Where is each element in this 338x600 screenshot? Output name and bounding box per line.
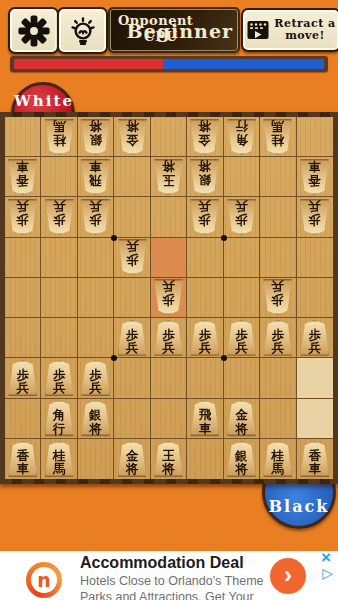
piece-kanji: 将 <box>89 422 102 436</box>
board-cell[interactable]: 金将 <box>224 399 260 439</box>
board-cell[interactable] <box>78 238 114 278</box>
piece-bP[interactable]: 歩兵 <box>299 320 330 356</box>
piece-bP[interactable]: 歩兵 <box>262 320 293 356</box>
piece-kanji: 歩 <box>53 214 66 228</box>
board-cell[interactable] <box>224 278 260 318</box>
piece-kanji: 香 <box>16 449 29 463</box>
piece-kanji: 兵 <box>126 341 139 355</box>
piece-kanji: 馬 <box>272 462 285 476</box>
ad-text-line1: Hotels Close to Orlando's Theme <box>80 574 264 588</box>
piece-kanji: 兵 <box>16 200 29 214</box>
piece-kanji: 角 <box>53 408 66 422</box>
board-cell[interactable] <box>151 399 187 439</box>
piece-kanji: 将 <box>235 462 248 476</box>
board-cell[interactable] <box>260 197 296 237</box>
board-cell[interactable] <box>187 358 223 398</box>
board-cell[interactable] <box>260 358 296 398</box>
clapperboard-icon <box>246 19 270 41</box>
board-cell[interactable] <box>297 399 333 439</box>
board-cell[interactable] <box>5 399 41 439</box>
piece-bB[interactable]: 角行 <box>44 400 75 436</box>
piece-kanji: 桂 <box>53 449 66 463</box>
board-cell[interactable]: 銀将 <box>224 439 260 479</box>
board-cell[interactable]: 歩兵 <box>78 358 114 398</box>
board-cell[interactable] <box>260 238 296 278</box>
board-cell[interactable] <box>260 399 296 439</box>
piece-kanji: 銀 <box>89 133 102 147</box>
board-cell[interactable]: 桂馬 <box>41 117 77 157</box>
star-point <box>111 235 117 241</box>
advertiser-logo: n <box>26 562 62 598</box>
lightbulb-icon <box>66 14 100 48</box>
board-cell[interactable]: 桂馬 <box>260 439 296 479</box>
board-cell[interactable]: 歩兵 <box>5 358 41 398</box>
board-cell[interactable] <box>297 358 333 398</box>
piece-kanji: 歩 <box>53 368 66 382</box>
board-cell[interactable] <box>114 358 150 398</box>
piece-wP[interactable]: 歩兵 <box>44 199 75 235</box>
piece-kanji: 兵 <box>272 280 285 294</box>
piece-wB[interactable]: 角行 <box>226 119 257 155</box>
piece-wL[interactable]: 香車 <box>299 159 330 195</box>
piece-kanji: 金 <box>126 133 139 147</box>
piece-kanji: 行 <box>53 422 66 436</box>
piece-wK[interactable]: 玉将 <box>153 159 184 195</box>
piece-kanji: 将 <box>199 120 212 134</box>
piece-kanji: 香 <box>16 173 29 187</box>
piece-bN[interactable]: 桂馬 <box>44 441 75 477</box>
piece-kanji: 銀 <box>235 449 248 463</box>
black-advantage-segment <box>163 59 324 69</box>
board-cell[interactable] <box>5 318 41 358</box>
piece-kanji: 兵 <box>162 341 175 355</box>
piece-kanji: 将 <box>199 160 212 174</box>
star-point <box>221 235 227 241</box>
piece-kanji: 歩 <box>89 214 102 228</box>
piece-kanji: 兵 <box>89 381 102 395</box>
ad-title[interactable]: Accommodation Deal <box>80 554 244 572</box>
board-cell[interactable] <box>260 157 296 197</box>
board-cell[interactable] <box>41 278 77 318</box>
piece-wP[interactable]: 歩兵 <box>80 199 111 235</box>
piece-bP[interactable]: 歩兵 <box>44 360 75 396</box>
piece-wP[interactable]: 歩兵 <box>262 279 293 315</box>
piece-kanji: 兵 <box>272 341 285 355</box>
adchoices-icon[interactable]: ▷ <box>322 565 333 581</box>
board-cell[interactable] <box>78 318 114 358</box>
board-cell[interactable]: 歩兵 <box>297 197 333 237</box>
piece-kanji: 歩 <box>309 328 322 342</box>
piece-kanji: 歩 <box>162 328 175 342</box>
piece-wP[interactable]: 歩兵 <box>299 199 330 235</box>
board-cell[interactable]: 角行 <box>41 399 77 439</box>
piece-wP[interactable]: 歩兵 <box>7 199 38 235</box>
piece-kanji: 兵 <box>89 200 102 214</box>
board-cell[interactable] <box>41 157 77 197</box>
piece-bP[interactable]: 歩兵 <box>7 360 38 396</box>
piece-kanji: 王 <box>162 449 175 463</box>
board-cell[interactable]: 飛車 <box>78 157 114 197</box>
piece-kanji: 車 <box>199 422 212 436</box>
board-cell[interactable]: 金将 <box>187 117 223 157</box>
difficulty-level: Beginner <box>127 20 233 42</box>
piece-kanji: 兵 <box>309 200 322 214</box>
piece-kanji: 兵 <box>235 341 248 355</box>
board-cell[interactable] <box>297 117 333 157</box>
piece-bP[interactable]: 歩兵 <box>117 320 148 356</box>
piece-kanji: 香 <box>309 173 322 187</box>
board-cell[interactable] <box>41 318 77 358</box>
board-cell[interactable] <box>297 278 333 318</box>
board-cell[interactable]: 玉将 <box>151 157 187 197</box>
piece-kanji: 金 <box>235 408 248 422</box>
ad-text-line2: Parks and Attractions. Get Your <box>80 590 254 600</box>
board-cell[interactable] <box>224 358 260 398</box>
board-cell[interactable] <box>5 117 41 157</box>
piece-kanji: 角 <box>235 133 248 147</box>
piece-wS[interactable]: 銀将 <box>189 159 220 195</box>
piece-bP[interactable]: 歩兵 <box>189 320 220 356</box>
piece-wG[interactable]: 金将 <box>117 119 148 155</box>
piece-kanji: 桂 <box>272 449 285 463</box>
board-cell[interactable]: 歩兵 <box>260 318 296 358</box>
piece-kanji: 兵 <box>16 381 29 395</box>
board-cell[interactable]: 歩兵 <box>41 197 77 237</box>
piece-kanji: 兵 <box>53 200 66 214</box>
piece-bN[interactable]: 桂馬 <box>262 441 293 477</box>
piece-kanji: 歩 <box>309 214 322 228</box>
piece-kanji: 桂 <box>53 133 66 147</box>
board-cell[interactable]: 歩兵 <box>5 197 41 237</box>
star-point <box>221 355 227 361</box>
piece-bG[interactable]: 金将 <box>117 441 148 477</box>
piece-wL[interactable]: 香車 <box>7 159 38 195</box>
board-cell[interactable] <box>114 197 150 237</box>
piece-kanji: 歩 <box>199 328 212 342</box>
board-cell[interactable] <box>114 399 150 439</box>
piece-bP[interactable]: 歩兵 <box>80 360 111 396</box>
board-cell[interactable] <box>78 439 114 479</box>
piece-kanji: 将 <box>162 160 175 174</box>
board-cell[interactable]: 香車 <box>297 157 333 197</box>
board-cell[interactable] <box>5 238 41 278</box>
board-cell[interactable] <box>297 238 333 278</box>
ad-cta-arrow-button[interactable]: › <box>270 558 306 594</box>
board-cell[interactable]: 金将 <box>114 439 150 479</box>
board-cell[interactable] <box>114 278 150 318</box>
piece-kanji: 歩 <box>126 254 139 268</box>
piece-kanji: 車 <box>16 160 29 174</box>
piece-kanji: 歩 <box>89 368 102 382</box>
piece-kanji: 歩 <box>199 214 212 228</box>
board-cell[interactable]: 飛車 <box>187 399 223 439</box>
board-cell[interactable]: 歩兵 <box>41 358 77 398</box>
piece-kanji: 将 <box>89 120 102 134</box>
board-cell[interactable]: 歩兵 <box>151 278 187 318</box>
piece-kanji: 歩 <box>272 294 285 308</box>
board-cell[interactable]: 香車 <box>5 439 41 479</box>
board-cell[interactable]: 歩兵 <box>78 197 114 237</box>
piece-kanji: 歩 <box>126 328 139 342</box>
piece-kanji: 兵 <box>199 200 212 214</box>
advantage-bar <box>10 56 328 72</box>
piece-kanji: 車 <box>89 160 102 174</box>
white-player-label: White <box>14 92 72 110</box>
piece-kanji: 歩 <box>235 214 248 228</box>
piece-kanji: 車 <box>309 462 322 476</box>
board-cell[interactable] <box>187 238 223 278</box>
piece-kanji: 兵 <box>162 280 175 294</box>
board-cell[interactable] <box>151 117 187 157</box>
piece-wP[interactable]: 歩兵 <box>153 279 184 315</box>
piece-kanji: 兵 <box>53 381 66 395</box>
board-cell[interactable] <box>151 197 187 237</box>
board-cell[interactable] <box>5 278 41 318</box>
piece-kanji: 将 <box>235 422 248 436</box>
piece-wP[interactable]: 歩兵 <box>117 239 148 275</box>
piece-wR[interactable]: 飛車 <box>80 159 111 195</box>
piece-bG[interactable]: 金将 <box>226 400 257 436</box>
chevron-right-icon: › <box>284 561 292 589</box>
board-cell[interactable] <box>151 358 187 398</box>
piece-kanji: 車 <box>16 462 29 476</box>
advertiser-logo-letter: n <box>31 567 57 593</box>
piece-bK[interactable]: 王将 <box>153 441 184 477</box>
board-cell[interactable] <box>151 238 187 278</box>
shogi-board[interactable]: 桂馬銀将金将金将角行桂馬香車飛車玉将銀将香車歩兵歩兵歩兵歩兵歩兵歩兵歩兵歩兵歩兵… <box>5 117 333 479</box>
piece-kanji: 兵 <box>126 240 139 254</box>
board-cell[interactable]: 歩兵 <box>114 238 150 278</box>
piece-kanji: 馬 <box>53 120 66 134</box>
board-cell[interactable]: 王将 <box>151 439 187 479</box>
piece-kanji: 歩 <box>235 328 248 342</box>
gear-icon <box>17 14 51 48</box>
piece-kanji: 桂 <box>272 133 285 147</box>
piece-kanji: 銀 <box>199 173 212 187</box>
board-cell[interactable]: 銀将 <box>78 399 114 439</box>
piece-kanji: 兵 <box>235 200 248 214</box>
advantage-bar-inner <box>14 59 324 69</box>
piece-kanji: 馬 <box>272 120 285 134</box>
piece-kanji: 銀 <box>89 408 102 422</box>
piece-kanji: 兵 <box>309 341 322 355</box>
piece-kanji: 将 <box>162 462 175 476</box>
piece-kanji: 香 <box>309 449 322 463</box>
piece-bS[interactable]: 銀将 <box>80 400 111 436</box>
piece-kanji: 車 <box>309 160 322 174</box>
board-cell[interactable] <box>187 439 223 479</box>
board-cell[interactable] <box>114 157 150 197</box>
shogi-board-frame: 桂馬銀将金将金将角行桂馬香車飛車玉将銀将香車歩兵歩兵歩兵歩兵歩兵歩兵歩兵歩兵歩兵… <box>0 112 338 484</box>
piece-bR[interactable]: 飛車 <box>189 400 220 436</box>
piece-kanji: 将 <box>126 120 139 134</box>
board-cell[interactable]: 歩兵 <box>260 278 296 318</box>
piece-kanji: 金 <box>126 449 139 463</box>
hint-button[interactable] <box>57 7 108 54</box>
piece-bP[interactable]: 歩兵 <box>226 320 257 356</box>
board-cell[interactable]: 歩兵 <box>114 318 150 358</box>
board-cell[interactable]: 角行 <box>224 117 260 157</box>
board-cell[interactable]: 歩兵 <box>297 318 333 358</box>
board-cell[interactable] <box>187 278 223 318</box>
settings-button[interactable] <box>8 7 59 54</box>
board-cell[interactable] <box>224 238 260 278</box>
piece-wP[interactable]: 歩兵 <box>226 199 257 235</box>
piece-wS[interactable]: 銀将 <box>80 119 111 155</box>
board-cell[interactable] <box>41 238 77 278</box>
board-cell[interactable]: 歩兵 <box>187 197 223 237</box>
board-cell[interactable]: 銀将 <box>187 157 223 197</box>
white-advantage-segment <box>14 59 163 69</box>
piece-wG[interactable]: 金将 <box>189 119 220 155</box>
piece-kanji: 歩 <box>16 214 29 228</box>
piece-bP[interactable]: 歩兵 <box>153 320 184 356</box>
opponent-panel[interactable]: Opponent CPU Beginner <box>108 7 240 53</box>
piece-kanji: 金 <box>199 133 212 147</box>
piece-bL[interactable]: 香車 <box>7 441 38 477</box>
piece-bS[interactable]: 銀将 <box>226 441 257 477</box>
piece-bL[interactable]: 香車 <box>299 441 330 477</box>
piece-kanji: 飛 <box>89 173 102 187</box>
retract-label: Retract a move! <box>274 18 335 42</box>
piece-kanji: 歩 <box>272 328 285 342</box>
board-cell[interactable] <box>78 278 114 318</box>
piece-kanji: 歩 <box>16 368 29 382</box>
black-player-label: Black <box>265 497 333 516</box>
app-screen: Opponent CPU Beginner Retract a move! <box>0 0 338 600</box>
piece-kanji: 馬 <box>53 462 66 476</box>
piece-kanji: 将 <box>126 462 139 476</box>
piece-kanji: 兵 <box>199 341 212 355</box>
board-cell[interactable]: 金将 <box>114 117 150 157</box>
board-cell[interactable]: 歩兵 <box>151 318 187 358</box>
board-cell[interactable]: 銀将 <box>78 117 114 157</box>
board-cell[interactable]: 桂馬 <box>41 439 77 479</box>
ad-banner[interactable]: n Accommodation Deal Hotels Close to Orl… <box>0 551 338 600</box>
board-cell[interactable]: 香車 <box>5 157 41 197</box>
board-cell[interactable]: 歩兵 <box>187 318 223 358</box>
piece-kanji: 行 <box>235 120 248 134</box>
piece-wN[interactable]: 桂馬 <box>262 119 293 155</box>
board-cell[interactable]: 歩兵 <box>224 197 260 237</box>
board-cell[interactable] <box>224 157 260 197</box>
retract-move-button[interactable]: Retract a move! <box>241 8 338 52</box>
piece-kanji: 玉 <box>162 173 175 187</box>
board-cell[interactable]: 歩兵 <box>224 318 260 358</box>
piece-kanji: 飛 <box>199 408 212 422</box>
piece-kanji: 歩 <box>162 294 175 308</box>
piece-wN[interactable]: 桂馬 <box>44 119 75 155</box>
piece-wP[interactable]: 歩兵 <box>189 199 220 235</box>
board-cell[interactable]: 香車 <box>297 439 333 479</box>
board-cell[interactable]: 桂馬 <box>260 117 296 157</box>
